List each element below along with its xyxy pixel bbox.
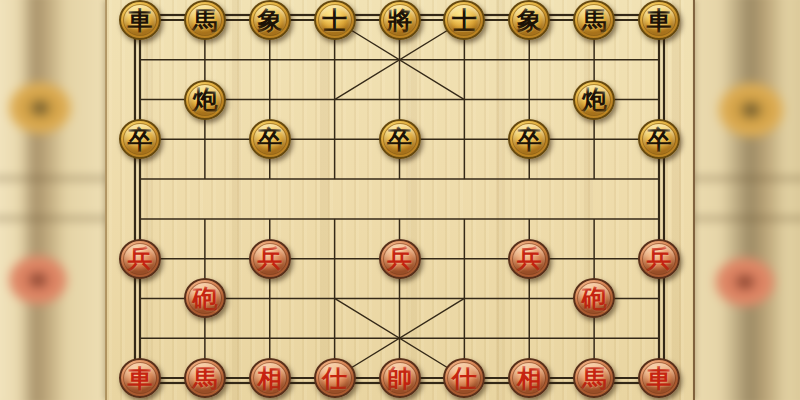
- piece-black-chariot[interactable]: 車: [638, 0, 680, 40]
- piece-glyph: 仕: [322, 366, 347, 391]
- piece-red-elephant[interactable]: 相: [508, 358, 550, 398]
- piece-glyph: 兵: [647, 246, 672, 271]
- piece-glyph: 象: [257, 8, 282, 33]
- piece-red-cannon[interactable]: 砲: [573, 278, 615, 318]
- piece-glyph: 帥: [387, 366, 412, 391]
- piece-black-horse[interactable]: 馬: [184, 0, 226, 40]
- piece-black-horse[interactable]: 馬: [573, 0, 615, 40]
- piece-glyph: 砲: [582, 286, 607, 311]
- piece-black-soldier[interactable]: 卒: [379, 119, 421, 159]
- piece-glyph: 士: [322, 8, 347, 33]
- piece-black-cannon[interactable]: 炮: [184, 80, 226, 120]
- blurred-background-left: [0, 0, 113, 400]
- piece-red-soldier[interactable]: 兵: [249, 239, 291, 279]
- piece-glyph: 車: [647, 366, 672, 391]
- piece-black-soldier[interactable]: 卒: [119, 119, 161, 159]
- piece-glyph: 車: [128, 8, 153, 33]
- piece-glyph: 象: [517, 8, 542, 33]
- pieces-layer: 車馬象士將士象馬車炮炮卒卒卒卒卒兵兵兵兵兵砲砲車馬相仕帥仕相馬車: [107, 0, 697, 400]
- piece-red-soldier[interactable]: 兵: [119, 239, 161, 279]
- piece-black-soldier[interactable]: 卒: [638, 119, 680, 159]
- piece-black-soldier[interactable]: 卒: [249, 119, 291, 159]
- piece-glyph: 車: [647, 8, 672, 33]
- piece-glyph: 兵: [387, 246, 412, 271]
- piece-glyph: 馬: [192, 8, 217, 33]
- piece-red-elephant[interactable]: 相: [249, 358, 291, 398]
- piece-black-advisor[interactable]: 士: [314, 0, 356, 40]
- piece-glyph: 卒: [257, 127, 282, 152]
- piece-black-advisor[interactable]: 士: [443, 0, 485, 40]
- piece-glyph: 砲: [192, 286, 217, 311]
- piece-red-horse[interactable]: 馬: [184, 358, 226, 398]
- piece-black-chariot[interactable]: 車: [119, 0, 161, 40]
- piece-glyph: 卒: [517, 127, 542, 152]
- piece-black-general[interactable]: 將: [379, 0, 421, 40]
- piece-glyph: 炮: [582, 87, 607, 112]
- piece-glyph: 馬: [582, 8, 607, 33]
- piece-red-soldier[interactable]: 兵: [379, 239, 421, 279]
- piece-glyph: 兵: [128, 246, 153, 271]
- piece-black-soldier[interactable]: 卒: [508, 119, 550, 159]
- xiangqi-app: 車馬象士將士象馬車炮炮卒卒卒卒卒兵兵兵兵兵砲砲車馬相仕帥仕相馬車: [0, 0, 800, 400]
- piece-red-soldier[interactable]: 兵: [638, 239, 680, 279]
- piece-glyph: 相: [257, 366, 282, 391]
- piece-glyph: 車: [128, 366, 153, 391]
- piece-red-cannon[interactable]: 砲: [184, 278, 226, 318]
- blurred-background-right: [687, 0, 800, 400]
- piece-red-soldier[interactable]: 兵: [508, 239, 550, 279]
- piece-glyph: 炮: [192, 87, 217, 112]
- piece-glyph: 仕: [452, 366, 477, 391]
- piece-red-chariot[interactable]: 車: [119, 358, 161, 398]
- piece-glyph: 將: [387, 8, 412, 33]
- piece-glyph: 兵: [257, 246, 282, 271]
- piece-black-elephant[interactable]: 象: [249, 0, 291, 40]
- piece-glyph: 兵: [517, 246, 542, 271]
- piece-glyph: 卒: [387, 127, 412, 152]
- piece-red-advisor[interactable]: 仕: [443, 358, 485, 398]
- xiangqi-board[interactable]: 車馬象士將士象馬車炮炮卒卒卒卒卒兵兵兵兵兵砲砲車馬相仕帥仕相馬車: [105, 0, 695, 400]
- piece-glyph: 馬: [582, 366, 607, 391]
- piece-glyph: 相: [517, 366, 542, 391]
- piece-red-general[interactable]: 帥: [379, 358, 421, 398]
- piece-glyph: 卒: [647, 127, 672, 152]
- piece-glyph: 士: [452, 8, 477, 33]
- piece-red-advisor[interactable]: 仕: [314, 358, 356, 398]
- piece-glyph: 馬: [192, 366, 217, 391]
- piece-red-horse[interactable]: 馬: [573, 358, 615, 398]
- piece-glyph: 卒: [128, 127, 153, 152]
- piece-black-cannon[interactable]: 炮: [573, 80, 615, 120]
- piece-black-elephant[interactable]: 象: [508, 0, 550, 40]
- piece-red-chariot[interactable]: 車: [638, 358, 680, 398]
